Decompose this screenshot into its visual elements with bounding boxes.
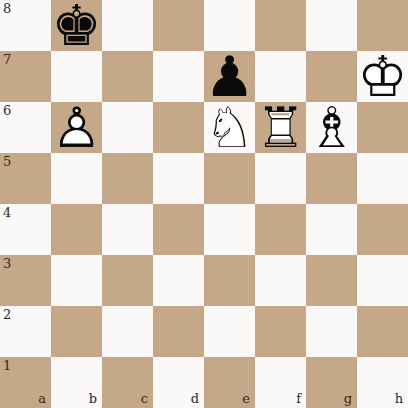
square-g8[interactable] [306, 0, 357, 51]
square-b2[interactable] [51, 306, 102, 357]
square-h5[interactable] [357, 153, 408, 204]
square-b3[interactable] [51, 255, 102, 306]
square-f6[interactable]: ♜♖ [255, 102, 306, 153]
file-label-b: b [89, 392, 97, 406]
rank-label-6: 6 [3, 104, 11, 118]
square-f4[interactable] [255, 204, 306, 255]
square-c6[interactable] [102, 102, 153, 153]
white-bishop-icon[interactable]: ♝♗ [306, 102, 357, 153]
square-a5[interactable]: 5 [0, 153, 51, 204]
square-a3[interactable]: 3 [0, 255, 51, 306]
square-c5[interactable] [102, 153, 153, 204]
rank-label-3: 3 [3, 257, 11, 271]
square-h4[interactable] [357, 204, 408, 255]
square-d6[interactable] [153, 102, 204, 153]
square-e1[interactable]: e [204, 357, 255, 408]
white-knight-outline: ♘ [204, 102, 255, 153]
square-f2[interactable] [255, 306, 306, 357]
square-f1[interactable]: f [255, 357, 306, 408]
square-a6[interactable]: 6 [0, 102, 51, 153]
square-b4[interactable] [51, 204, 102, 255]
square-e3[interactable] [204, 255, 255, 306]
black-king-fill: ♚ [51, 0, 102, 51]
square-e5[interactable] [204, 153, 255, 204]
square-c3[interactable] [102, 255, 153, 306]
square-h1[interactable]: h [357, 357, 408, 408]
rank-label-2: 2 [3, 308, 11, 322]
square-g2[interactable] [306, 306, 357, 357]
rank-label-8: 8 [3, 2, 11, 16]
square-a2[interactable]: 2 [0, 306, 51, 357]
square-c2[interactable] [102, 306, 153, 357]
square-d3[interactable] [153, 255, 204, 306]
square-g3[interactable] [306, 255, 357, 306]
square-c4[interactable] [102, 204, 153, 255]
rank-label-5: 5 [3, 155, 11, 169]
square-a8[interactable]: 8 [0, 0, 51, 51]
file-label-a: a [38, 392, 46, 406]
white-king-icon[interactable]: ♚♔ [357, 51, 408, 102]
square-h3[interactable] [357, 255, 408, 306]
square-f8[interactable] [255, 0, 306, 51]
square-c7[interactable] [102, 51, 153, 102]
square-d2[interactable] [153, 306, 204, 357]
square-d7[interactable] [153, 51, 204, 102]
file-label-h: h [395, 392, 403, 406]
square-b1[interactable]: b [51, 357, 102, 408]
file-label-e: e [242, 392, 250, 406]
square-g4[interactable] [306, 204, 357, 255]
white-rook-outline: ♖ [255, 102, 306, 153]
rank-label-1: 1 [3, 359, 11, 373]
rank-label-7: 7 [3, 53, 11, 67]
square-g1[interactable]: g [306, 357, 357, 408]
white-pawn-outline: ♙ [51, 102, 102, 153]
rank-label-4: 4 [3, 206, 11, 220]
white-knight-icon[interactable]: ♞♘ [204, 102, 255, 153]
square-h2[interactable] [357, 306, 408, 357]
file-label-c: c [141, 392, 148, 406]
square-a4[interactable]: 4 [0, 204, 51, 255]
square-d8[interactable] [153, 0, 204, 51]
square-e4[interactable] [204, 204, 255, 255]
white-pawn-icon[interactable]: ♟♙ [51, 102, 102, 153]
square-g5[interactable] [306, 153, 357, 204]
square-b6[interactable]: ♟♙ [51, 102, 102, 153]
square-e6[interactable]: ♞♘ [204, 102, 255, 153]
square-g6[interactable]: ♝♗ [306, 102, 357, 153]
square-d5[interactable] [153, 153, 204, 204]
square-a1[interactable]: 1a [0, 357, 51, 408]
square-h7[interactable]: ♚♔ [357, 51, 408, 102]
file-label-f: f [296, 392, 301, 406]
square-a7[interactable]: 7 [0, 51, 51, 102]
white-king-outline: ♔ [357, 51, 408, 102]
square-f3[interactable] [255, 255, 306, 306]
square-c8[interactable] [102, 0, 153, 51]
file-label-g: g [344, 392, 352, 406]
square-e2[interactable] [204, 306, 255, 357]
file-label-d: d [191, 392, 199, 406]
square-b8[interactable]: ♚ [51, 0, 102, 51]
square-f5[interactable] [255, 153, 306, 204]
square-b5[interactable] [51, 153, 102, 204]
white-bishop-outline: ♗ [306, 102, 357, 153]
chess-board: 8♚7♟♚♔6♟♙♞♘♜♖♝♗54321abcdefgh [0, 0, 408, 408]
square-d4[interactable] [153, 204, 204, 255]
black-king-icon[interactable]: ♚ [51, 0, 102, 51]
square-h6[interactable] [357, 102, 408, 153]
white-rook-icon[interactable]: ♜♖ [255, 102, 306, 153]
square-c1[interactable]: c [102, 357, 153, 408]
square-d1[interactable]: d [153, 357, 204, 408]
